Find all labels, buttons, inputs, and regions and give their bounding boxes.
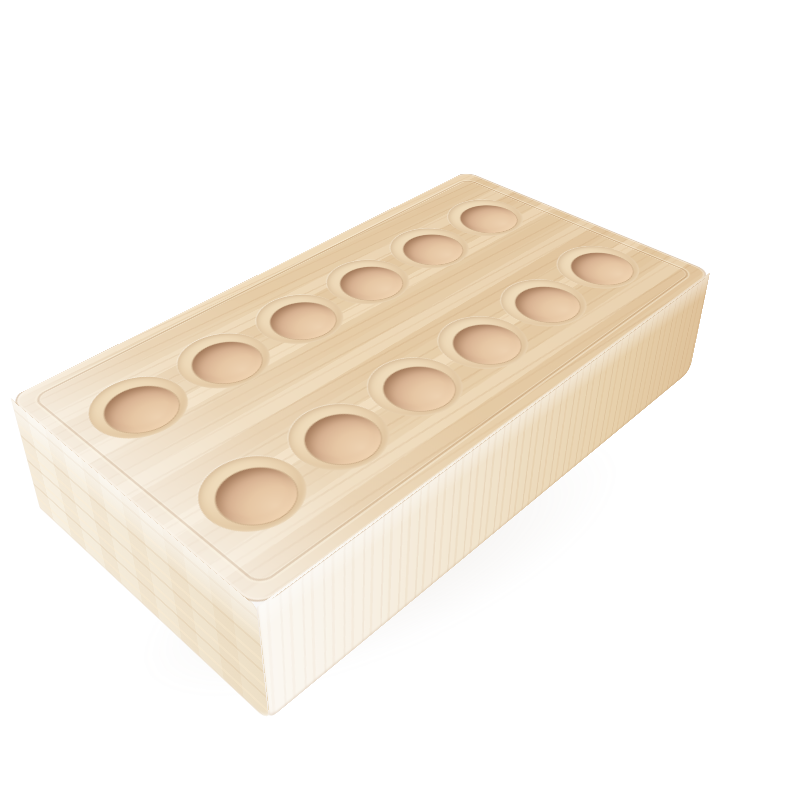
pit-r2-c2[interactable] <box>268 392 410 486</box>
pit-bore <box>328 260 415 307</box>
pit-r1-c2[interactable] <box>159 323 289 401</box>
pit-r2-c3[interactable] <box>348 347 482 430</box>
mancala-board <box>10 172 711 608</box>
pit-bore <box>90 377 194 443</box>
scene <box>0 0 800 800</box>
pit-bore <box>257 295 349 347</box>
pit-r1-c1[interactable] <box>70 365 208 452</box>
pit-bore <box>503 280 593 330</box>
pit-r2-c1[interactable] <box>176 442 328 549</box>
pit-bore <box>199 457 314 537</box>
pit-bore <box>289 405 396 476</box>
photo-canvas <box>0 0 800 800</box>
pit-bore <box>449 200 528 239</box>
pit-bore <box>369 358 470 420</box>
pit-bore <box>439 317 534 373</box>
pit-bore <box>178 334 276 392</box>
pit-bore <box>391 229 474 271</box>
pit-bore <box>559 247 644 292</box>
